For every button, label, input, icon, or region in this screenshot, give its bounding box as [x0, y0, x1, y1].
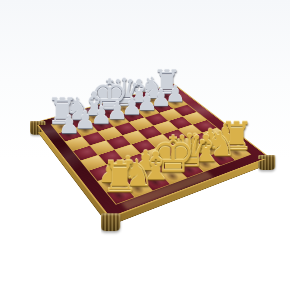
corner-foot-near: [101, 213, 121, 231]
corner-foot-right: [258, 155, 275, 171]
chessboard-3d: ♜♟♟♜♞♟♟♞♝♟♟♝♛♟♟♛♚♟♟♚♝♟♟♝♞♟♟♞♜♟♟♜: [35, 83, 270, 218]
piece-gold-queen: ♛: [165, 129, 213, 174]
product-photo: ♜♟♟♜♞♟♟♞♝♟♟♝♛♟♟♛♚♟♟♚♝♟♟♝♞♟♟♞♜♟♟♜: [0, 0, 290, 290]
